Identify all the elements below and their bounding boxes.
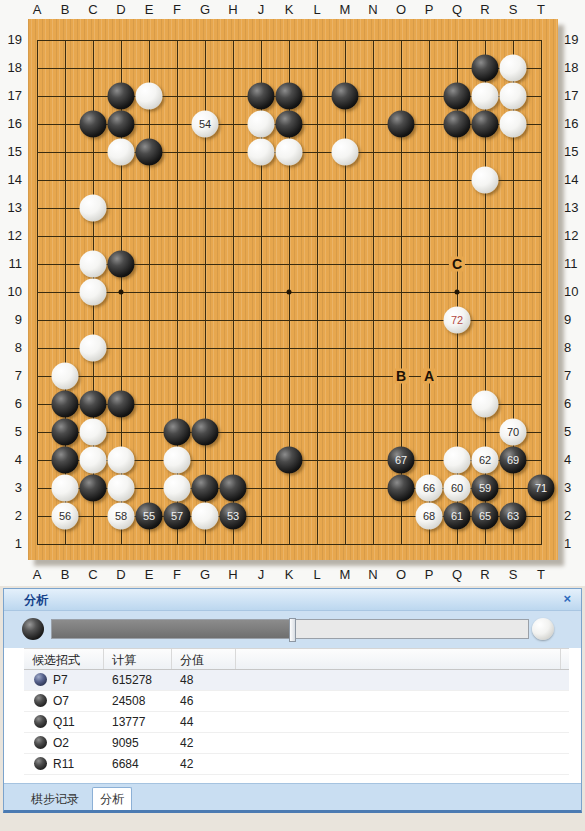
coord-label: C: [82, 567, 104, 582]
coord-label: 11: [564, 256, 585, 271]
move-number: 70: [507, 427, 519, 438]
score-cell: 44: [172, 712, 236, 732]
coord-label: T: [530, 2, 552, 17]
coord-label: F: [166, 567, 188, 582]
white-stone-D4: [108, 447, 135, 474]
black-stone-E15: [136, 139, 163, 166]
coord-label: 7: [0, 368, 22, 383]
black-stone-T3: 71: [528, 475, 555, 502]
score-cell: 48: [172, 670, 236, 690]
black-stone-R3: 59: [472, 475, 499, 502]
score-cell: 42: [172, 733, 236, 753]
coord-label: 9: [0, 312, 22, 327]
white-stone-R14: [472, 167, 499, 194]
white-stone-M15: [332, 139, 359, 166]
black-stone-icon: [34, 694, 47, 707]
coord-label: 6: [564, 396, 585, 411]
white-stone-J16: [248, 111, 275, 138]
black-stone-O4: 67: [388, 447, 415, 474]
table-body: P761527848O72450846Q111377744O2909542R11…: [24, 670, 569, 775]
candidate-move-cell: R11: [24, 754, 104, 774]
move-number: 72: [451, 315, 463, 326]
candidate-row-O2[interactable]: O2909542: [24, 733, 569, 754]
move-number: 63: [507, 511, 519, 522]
white-stone-F4: [164, 447, 191, 474]
coord-label: 4: [0, 452, 22, 467]
white-stone-S18: [500, 55, 527, 82]
coord-label: 16: [564, 116, 585, 131]
coord-label: L: [306, 567, 328, 582]
coord-label: 17: [0, 88, 22, 103]
black-stone-R18: [472, 55, 499, 82]
coord-label: 8: [564, 340, 585, 355]
coord-label: 4: [564, 452, 585, 467]
coord-label: A: [26, 2, 48, 17]
white-stone-S17: [500, 83, 527, 110]
candidate-move-table: 候选招式计算分值 P761527848O72450846Q111377744O2…: [24, 648, 569, 775]
column-header-2[interactable]: 计算: [104, 649, 172, 669]
white-stone-C11: [80, 251, 107, 278]
coord-label: O: [390, 2, 412, 17]
white-stone-C8: [80, 335, 107, 362]
column-header-1[interactable]: 候选招式: [24, 649, 104, 669]
black-stone-B4: [52, 447, 79, 474]
black-stone-F5: [164, 419, 191, 446]
coord-label: 12: [0, 228, 22, 243]
coord-label: 6: [0, 396, 22, 411]
move-number: 68: [423, 511, 435, 522]
coord-label: S: [502, 567, 524, 582]
white-stone-B3: [52, 475, 79, 502]
visits-cell: 24508: [104, 691, 172, 711]
coord-label: 16: [0, 116, 22, 131]
move-number: 67: [395, 455, 407, 466]
move-number: 62: [479, 455, 491, 466]
coord-label: 3: [0, 480, 22, 495]
white-stone-E17: [136, 83, 163, 110]
white-stone-B7: [52, 363, 79, 390]
coord-label: 8: [0, 340, 22, 355]
column-header-3[interactable]: 分值: [172, 649, 236, 669]
coord-label: R: [474, 2, 496, 17]
coord-label: F: [166, 2, 188, 17]
black-stone-Q16: [444, 111, 471, 138]
coord-label: 5: [0, 424, 22, 439]
variation-marker-B[interactable]: B: [393, 369, 409, 384]
coord-label: 12: [564, 228, 585, 243]
coord-label: K: [278, 567, 300, 582]
black-stone-D6: [108, 391, 135, 418]
candidate-move-cell: O2: [24, 733, 104, 753]
white-stone-F3: [164, 475, 191, 502]
black-stone-R16: [472, 111, 499, 138]
black-stone-icon: [34, 673, 47, 686]
score-cell: 46: [172, 691, 236, 711]
coord-label: L: [306, 2, 328, 17]
move-number: 69: [507, 455, 519, 466]
analysis-panel-titlebar: 分析 ×: [4, 589, 581, 611]
white-stone-G16: 54: [192, 111, 219, 138]
black-stone-C6: [80, 391, 107, 418]
black-stone-D17: [108, 83, 135, 110]
white-stone-J15: [248, 139, 275, 166]
white-stone-P2: 68: [416, 503, 443, 530]
white-stone-D15: [108, 139, 135, 166]
black-stone-O3: [388, 475, 415, 502]
move-number: 56: [59, 511, 71, 522]
coord-label: D: [110, 2, 132, 17]
white-stone-P3: 66: [416, 475, 443, 502]
move-number: 65: [479, 511, 491, 522]
black-stone-K16: [276, 111, 303, 138]
candidate-move-cell: O7: [24, 691, 104, 711]
winrate-track[interactable]: [51, 619, 529, 639]
candidate-row-R11[interactable]: R11668442: [24, 754, 569, 775]
coord-label: M: [334, 2, 356, 17]
panel-tab-bar: 棋步记录分析: [4, 783, 581, 810]
coord-label: 14: [0, 172, 22, 187]
candidate-row-O7[interactable]: O72450846: [24, 691, 569, 712]
black-stone-G5: [192, 419, 219, 446]
coord-label: E: [138, 567, 160, 582]
column-header-4[interactable]: [236, 649, 561, 669]
candidate-row-Q11[interactable]: Q111377744: [24, 712, 569, 733]
black-stone-Q2: 61: [444, 503, 471, 530]
coord-label: J: [250, 2, 272, 17]
coord-label: E: [138, 2, 160, 17]
coord-label: Q: [446, 2, 468, 17]
page-background-strip: [0, 813, 585, 831]
black-stone-B5: [52, 419, 79, 446]
coord-label: J: [250, 567, 272, 582]
coord-label: 15: [0, 144, 22, 159]
winrate-fill: [52, 620, 290, 638]
winrate-bar-section: [4, 611, 581, 648]
coord-label: N: [362, 2, 384, 17]
move-number: 53: [227, 511, 239, 522]
close-icon[interactable]: ×: [563, 591, 571, 606]
white-stone-G2: [192, 503, 219, 530]
black-stone-E2: 55: [136, 503, 163, 530]
black-stone-G3: [192, 475, 219, 502]
black-stone-B6: [52, 391, 79, 418]
white-stone-K15: [276, 139, 303, 166]
coord-label: D: [110, 567, 132, 582]
go-board[interactable]: 54727067626966605971565855575368616563AB…: [28, 19, 558, 560]
white-stone-C10: [80, 279, 107, 306]
variation-marker-A[interactable]: A: [421, 369, 437, 384]
white-stone-B2: 56: [52, 503, 79, 530]
analysis-panel: 分析 × 候选招式计算分值 P761527848O72450846Q111377…: [3, 588, 582, 813]
coord-label: O: [390, 567, 412, 582]
black-stone-K17: [276, 83, 303, 110]
coord-label: 5: [564, 424, 585, 439]
coord-label: 2: [0, 508, 22, 523]
black-stone-icon: [34, 715, 47, 728]
visits-cell: 6684: [104, 754, 172, 774]
coord-label: 10: [564, 284, 585, 299]
coord-label: 19: [0, 32, 22, 47]
black-stone-S2: 63: [500, 503, 527, 530]
black-stone-F2: 57: [164, 503, 191, 530]
white-stone-D2: 58: [108, 503, 135, 530]
coord-label: B: [54, 567, 76, 582]
white-stone-Q4: [444, 447, 471, 474]
coord-label: 13: [0, 200, 22, 215]
tab-move-record[interactable]: 棋步记录: [24, 788, 86, 807]
black-stone-S4: 69: [500, 447, 527, 474]
white-stone-C4: [80, 447, 107, 474]
coord-label: A: [26, 567, 48, 582]
coord-label: M: [334, 567, 356, 582]
visits-cell: 615278: [104, 670, 172, 690]
move-number: 61: [451, 511, 463, 522]
coord-label: 1: [0, 536, 22, 551]
move-number: 60: [451, 483, 463, 494]
table-header-row[interactable]: 候选招式计算分值: [24, 648, 569, 670]
coord-label: T: [530, 567, 552, 582]
go-board-area: 54727067626966605971565855575368616563AB…: [0, 0, 585, 586]
winrate-slider-handle[interactable]: [289, 618, 296, 642]
white-stone-C5: [80, 419, 107, 446]
coord-label: P: [418, 2, 440, 17]
black-stone-D16: [108, 111, 135, 138]
move-number: 55: [143, 511, 155, 522]
black-stone-M17: [332, 83, 359, 110]
white-stone-C13: [80, 195, 107, 222]
black-stone-H3: [220, 475, 247, 502]
move-number: 59: [479, 483, 491, 494]
move-number: 58: [115, 511, 127, 522]
tab-analysis[interactable]: 分析: [92, 787, 132, 810]
coord-label: 11: [0, 256, 22, 271]
black-stone-K4: [276, 447, 303, 474]
coord-label: R: [474, 567, 496, 582]
coord-label: K: [278, 2, 300, 17]
black-stone-H2: 53: [220, 503, 247, 530]
black-stone-C16: [80, 111, 107, 138]
coord-label: 10: [0, 284, 22, 299]
coord-label: P: [418, 567, 440, 582]
white-stone-icon: [532, 618, 554, 640]
coord-label: 3: [564, 480, 585, 495]
coord-label: 14: [564, 172, 585, 187]
coord-label: C: [82, 2, 104, 17]
black-stone-icon: [34, 736, 47, 749]
black-stone-O16: [388, 111, 415, 138]
coord-label: 18: [564, 60, 585, 75]
coord-label: 13: [564, 200, 585, 215]
variation-marker-C[interactable]: C: [449, 257, 465, 272]
black-stone-Q17: [444, 83, 471, 110]
coord-label: 1: [564, 536, 585, 551]
coord-label: S: [502, 2, 524, 17]
coord-label: 9: [564, 312, 585, 327]
white-stone-Q9: 72: [444, 307, 471, 334]
white-stone-D3: [108, 475, 135, 502]
coord-label: Q: [446, 567, 468, 582]
visits-cell: 13777: [104, 712, 172, 732]
candidate-move-cell: Q11: [24, 712, 104, 732]
black-stone-icon: [22, 618, 44, 640]
coord-label: 17: [564, 88, 585, 103]
black-stone-D11: [108, 251, 135, 278]
score-cell: 42: [172, 754, 236, 774]
coord-label: G: [194, 2, 216, 17]
black-stone-icon: [34, 757, 47, 770]
candidate-row-P7[interactable]: P761527848: [24, 670, 569, 691]
coord-label: 7: [564, 368, 585, 383]
panel-title: 分析: [24, 592, 48, 609]
coord-label: 18: [0, 60, 22, 75]
coord-label: 19: [564, 32, 585, 47]
white-stone-R4: 62: [472, 447, 499, 474]
white-stone-R17: [472, 83, 499, 110]
star-point-D10: [119, 290, 124, 295]
white-stone-Q3: 60: [444, 475, 471, 502]
visits-cell: 9095: [104, 733, 172, 753]
black-stone-R2: 65: [472, 503, 499, 530]
move-number: 71: [535, 483, 547, 494]
coord-label: N: [362, 567, 384, 582]
coord-label: 2: [564, 508, 585, 523]
coord-label: B: [54, 2, 76, 17]
app-window: 54727067626966605971565855575368616563AB…: [0, 0, 585, 831]
star-point-K10: [287, 290, 292, 295]
white-stone-S16: [500, 111, 527, 138]
move-number: 57: [171, 511, 183, 522]
star-point-Q10: [455, 290, 460, 295]
black-stone-J17: [248, 83, 275, 110]
black-stone-C3: [80, 475, 107, 502]
move-number: 54: [199, 119, 211, 130]
coord-label: 15: [564, 144, 585, 159]
candidate-move-cell: P7: [24, 670, 104, 690]
coord-label: H: [222, 2, 244, 17]
move-number: 66: [423, 483, 435, 494]
coord-label: H: [222, 567, 244, 582]
coord-label: G: [194, 567, 216, 582]
white-stone-R6: [472, 391, 499, 418]
white-stone-S5: 70: [500, 419, 527, 446]
